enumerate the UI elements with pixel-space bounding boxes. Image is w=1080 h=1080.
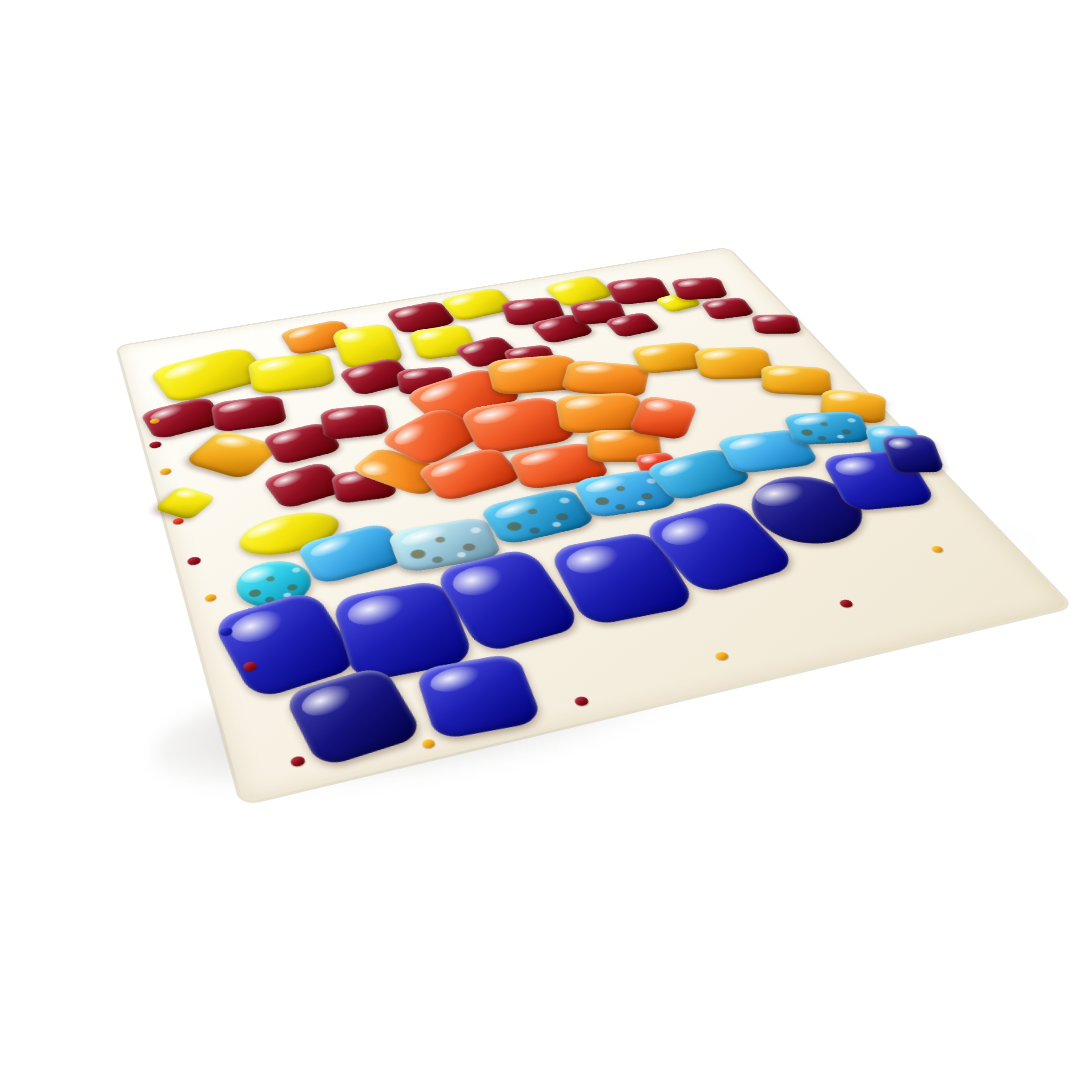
glass-tile-maroon-speckle <box>573 696 590 708</box>
glass-tile-yellow <box>153 486 218 522</box>
glass-tile-maroon <box>319 404 389 441</box>
glass-tile-amber-speckle <box>204 593 218 602</box>
glass-tile-maroon <box>671 277 729 301</box>
glass-tile-cobalt <box>414 653 543 741</box>
glass-tile-amber-speckle <box>930 545 946 554</box>
glass-tile-orange <box>560 360 649 398</box>
glass-tile-maroon-speckle <box>290 755 307 768</box>
glass-tile-maroon <box>700 297 756 321</box>
glass-tile-yellow <box>247 351 336 395</box>
glass-tile-sky2 <box>783 411 874 446</box>
glass-tile-maroon-speckle <box>837 599 854 609</box>
glass-tile-amber-speckle <box>714 651 730 661</box>
glass-tile-amber-speckle <box>160 467 173 475</box>
glass-tile-maroon <box>211 394 288 433</box>
glass-tile-amber-speckle <box>421 738 437 749</box>
photo-scene <box>0 0 1080 1080</box>
glass-tile-maroon-speckle <box>186 556 201 566</box>
glass-tile-amber <box>761 365 832 397</box>
glass-tile-maroon <box>751 315 802 335</box>
glass-tile-maroon-speckle <box>148 441 161 449</box>
glass-tile-red-speckle <box>172 517 185 525</box>
